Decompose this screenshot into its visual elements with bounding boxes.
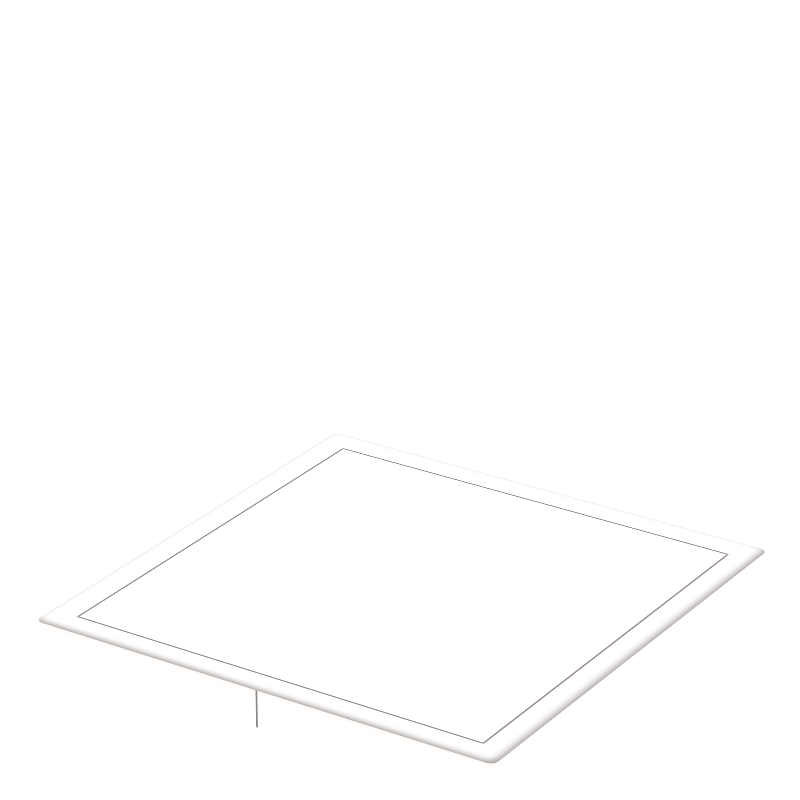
board-top-face xyxy=(35,433,768,766)
chess-board xyxy=(35,433,768,766)
product-photo xyxy=(0,0,800,800)
photo-scene xyxy=(0,0,800,800)
fold-seam-side xyxy=(256,690,258,728)
